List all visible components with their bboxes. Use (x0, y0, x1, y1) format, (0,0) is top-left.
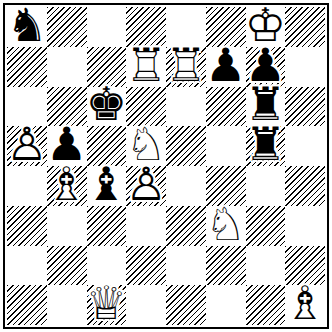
square-a1[interactable] (7, 285, 47, 325)
square-e4[interactable] (166, 166, 206, 206)
square-h6[interactable] (285, 87, 325, 127)
square-a5[interactable]: ♟♙ (7, 126, 47, 166)
square-e2[interactable] (166, 246, 206, 286)
square-f1[interactable] (206, 285, 246, 325)
square-f2[interactable] (206, 246, 246, 286)
square-f6[interactable] (206, 87, 246, 127)
white-pawn-icon: ♙ (126, 161, 167, 207)
black-king-c6[interactable]: ♚♚ (87, 87, 127, 127)
square-g1[interactable] (246, 285, 286, 325)
square-a2[interactable] (7, 246, 47, 286)
chess-board: ♞♞♚♔♜♖♜♖♟♟♟♟♚♚♜♜♟♙♟♟♞♘♜♜♝♗♝♝♟♙♞♘♛♕♝♗ (7, 7, 325, 325)
square-g2[interactable] (246, 246, 286, 286)
chess-diagram-page: ♞♞♚♔♜♖♜♖♟♟♟♟♚♚♜♜♟♙♟♟♞♘♜♜♝♗♝♝♟♙♞♘♛♕♝♗ (0, 0, 332, 332)
white-bishop-icon: ♗ (46, 161, 87, 207)
white-queen-c1[interactable]: ♛♕ (87, 285, 127, 325)
square-a8[interactable]: ♞♞ (7, 7, 47, 47)
square-b8[interactable] (47, 7, 87, 47)
square-d1[interactable] (126, 285, 166, 325)
black-bishop-c4[interactable]: ♝♝ (87, 166, 127, 206)
square-a3[interactable] (7, 206, 47, 246)
square-c6[interactable]: ♚♚ (87, 87, 127, 127)
square-e5[interactable] (166, 126, 206, 166)
white-rook-icon: ♖ (126, 42, 167, 88)
black-bishop-icon: ♝ (86, 161, 127, 207)
white-pawn-icon: ♙ (6, 121, 47, 167)
square-c3[interactable] (87, 206, 127, 246)
white-knight-icon: ♘ (205, 201, 246, 247)
board-frame: ♞♞♚♔♜♖♜♖♟♟♟♟♚♚♜♜♟♙♟♟♞♘♜♜♝♗♝♝♟♙♞♘♛♕♝♗ (3, 3, 329, 329)
white-bishop-b4[interactable]: ♝♗ (47, 166, 87, 206)
square-g4[interactable] (246, 166, 286, 206)
square-c1[interactable]: ♛♕ (87, 285, 127, 325)
black-rook-g5[interactable]: ♜♜ (246, 126, 286, 166)
square-b2[interactable] (47, 246, 87, 286)
white-knight-f3[interactable]: ♞♘ (206, 206, 246, 246)
square-e3[interactable] (166, 206, 206, 246)
square-b1[interactable] (47, 285, 87, 325)
square-g3[interactable] (246, 206, 286, 246)
square-d4[interactable]: ♟♙ (126, 166, 166, 206)
square-c8[interactable] (87, 7, 127, 47)
white-rook-icon: ♖ (165, 42, 206, 88)
square-f3[interactable]: ♞♘ (206, 206, 246, 246)
white-queen-icon: ♕ (86, 280, 127, 326)
white-pawn-a5[interactable]: ♟♙ (7, 126, 47, 166)
square-d2[interactable] (126, 246, 166, 286)
white-pawn-d4[interactable]: ♟♙ (126, 166, 166, 206)
white-rook-d7[interactable]: ♜♖ (126, 47, 166, 87)
square-f5[interactable] (206, 126, 246, 166)
square-c4[interactable]: ♝♝ (87, 166, 127, 206)
square-a4[interactable] (7, 166, 47, 206)
square-h5[interactable] (285, 126, 325, 166)
black-king-icon: ♚ (86, 81, 127, 127)
square-h8[interactable] (285, 7, 325, 47)
black-pawn-f7[interactable]: ♟♟ (206, 47, 246, 87)
white-bishop-h1[interactable]: ♝♗ (285, 285, 325, 325)
black-knight-icon: ♞ (6, 2, 47, 48)
square-a7[interactable] (7, 47, 47, 87)
square-b3[interactable] (47, 206, 87, 246)
square-e1[interactable] (166, 285, 206, 325)
square-h4[interactable] (285, 166, 325, 206)
white-bishop-icon: ♗ (285, 280, 326, 326)
square-e6[interactable] (166, 87, 206, 127)
black-knight-a8[interactable]: ♞♞ (7, 7, 47, 47)
black-pawn-icon: ♟ (205, 42, 246, 88)
square-e7[interactable]: ♜♖ (166, 47, 206, 87)
square-h7[interactable] (285, 47, 325, 87)
square-d3[interactable] (126, 206, 166, 246)
square-d7[interactable]: ♜♖ (126, 47, 166, 87)
square-f7[interactable]: ♟♟ (206, 47, 246, 87)
black-rook-icon: ♜ (245, 121, 286, 167)
square-h1[interactable]: ♝♗ (285, 285, 325, 325)
white-rook-e7[interactable]: ♜♖ (166, 47, 206, 87)
square-g5[interactable]: ♜♜ (246, 126, 286, 166)
square-b4[interactable]: ♝♗ (47, 166, 87, 206)
square-b7[interactable] (47, 47, 87, 87)
square-h3[interactable] (285, 206, 325, 246)
